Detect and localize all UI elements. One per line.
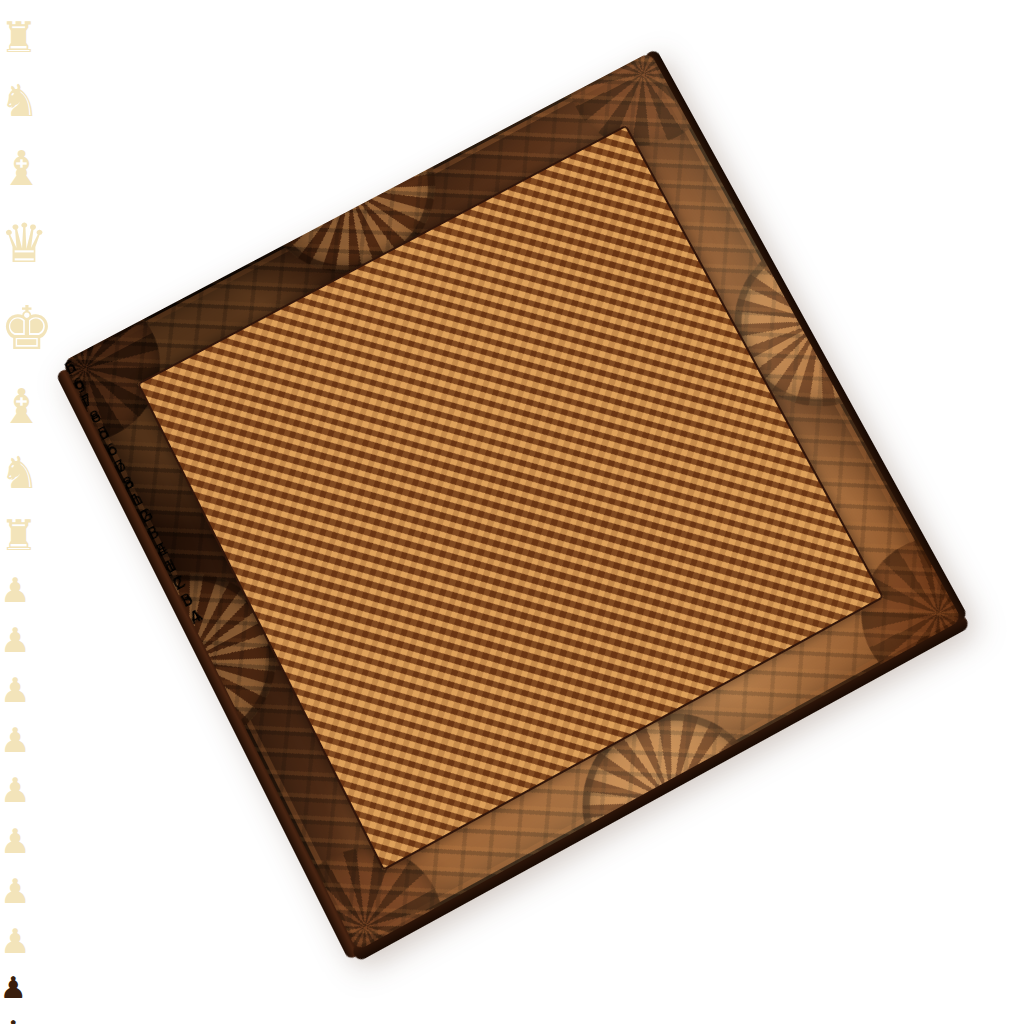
- piece-shadow: [0, 760, 32, 770]
- piece-shadow: [0, 911, 32, 921]
- piece-white-pawn-h2[interactable]: ♟: [0, 921, 30, 961]
- piece-black-pawn-a7[interactable]: ♟: [0, 970, 27, 1005]
- piece-white-pawn-f2[interactable]: ♟: [0, 821, 30, 861]
- piece-white-knight-g1[interactable]: ♞: [0, 447, 39, 498]
- piece-shadow: [0, 275, 57, 293]
- piece-shadow: [0, 62, 42, 75]
- piece-white-pawn-d2[interactable]: ♟: [0, 720, 30, 760]
- piece-white-king-e1[interactable]: ♚: [0, 293, 54, 363]
- piece-white-rook-a1[interactable]: ♜: [0, 13, 38, 62]
- piece-white-bishop-c1[interactable]: ♝: [0, 140, 43, 196]
- piece-shadow: [0, 610, 32, 620]
- piece-shadow: [0, 1005, 29, 1014]
- piece-shadow: [0, 710, 32, 720]
- chess-box-photo: hgfedcba 1234 1234 5678 5678 hGFEdCbA ♜♞…: [0, 0, 1024, 1024]
- piece-white-pawn-e2[interactable]: ♟: [0, 770, 30, 810]
- piece-white-bishop-f1[interactable]: ♝: [0, 378, 43, 434]
- piece-black-pawn-b7[interactable]: ♟: [0, 1014, 27, 1024]
- piece-shadow: [0, 196, 51, 212]
- piece-white-rook-h1[interactable]: ♜: [0, 511, 38, 560]
- piece-shadow: [0, 498, 40, 511]
- piece-shadow: [0, 660, 32, 670]
- piece-shadow: [0, 861, 32, 871]
- piece-white-knight-b1[interactable]: ♞: [0, 75, 39, 126]
- piece-shadow: [0, 434, 42, 447]
- piece-shadow: [0, 560, 32, 570]
- piece-shadow: [0, 126, 46, 140]
- piece-white-pawn-b2[interactable]: ♟: [0, 620, 30, 660]
- piece-white-queen-d1[interactable]: ♛: [0, 212, 48, 275]
- piece-shadow: [0, 363, 46, 377]
- piece-white-pawn-c2[interactable]: ♟: [0, 670, 30, 710]
- piece-shadow: [0, 961, 29, 970]
- piece-shadow: [0, 0, 40, 13]
- piece-white-pawn-g2[interactable]: ♟: [0, 871, 30, 911]
- piece-white-pawn-a2[interactable]: ♟: [0, 570, 30, 610]
- piece-shadow: [0, 810, 32, 820]
